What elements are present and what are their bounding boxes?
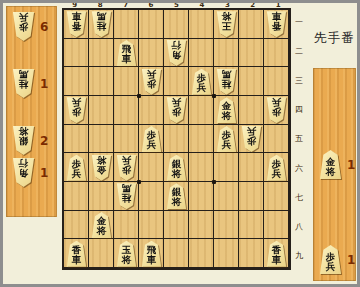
square-6-1[interactable] xyxy=(139,10,164,39)
gote-lance[interactable]: 香 車 xyxy=(66,11,87,37)
square-4-2[interactable] xyxy=(189,39,214,68)
square-7-2[interactable]: 飛 車 xyxy=(114,39,139,68)
koma-label: 歩 兵 xyxy=(266,97,287,119)
gote-hand-silver[interactable]: 銀 将2 xyxy=(6,126,48,155)
hand-count: 1 xyxy=(40,77,48,91)
sente-hand-pawn[interactable]: 歩 兵1 xyxy=(313,245,355,274)
koma-body: 歩 兵 xyxy=(12,12,35,41)
sente-pawn[interactable]: 歩 兵 xyxy=(141,126,162,152)
koma-body: 金 将 xyxy=(319,150,342,179)
koma-body: 金 将 xyxy=(216,97,237,123)
square-6-6[interactable] xyxy=(139,153,164,182)
square-6-8[interactable] xyxy=(139,211,164,240)
square-7-9[interactable]: 玉 将 xyxy=(114,239,139,268)
turn-indicator: 先手番 xyxy=(314,30,360,47)
sente-gold[interactable]: 金 将 xyxy=(319,150,342,179)
square-1-9[interactable]: 香 車 xyxy=(264,239,289,268)
square-9-9[interactable]: 香 車 xyxy=(64,239,89,268)
gote-knight[interactable]: 桂 馬 xyxy=(216,69,237,95)
shogi-board: 香 車桂 馬王 将香 車飛 車角 行歩 兵歩 兵桂 馬歩 兵歩 兵金 将歩 兵歩… xyxy=(62,8,291,270)
gote-silver[interactable]: 銀 将 xyxy=(12,126,35,155)
square-2-1[interactable] xyxy=(239,10,264,39)
square-1-5[interactable] xyxy=(264,125,289,154)
sente-captured-pieces-stand: 金 将1歩 兵1 xyxy=(313,68,356,281)
square-6-5[interactable]: 歩 兵 xyxy=(139,125,164,154)
square-5-4[interactable]: 歩 兵 xyxy=(164,96,189,125)
koma-body: 香 車 xyxy=(66,241,87,267)
sente-rook[interactable]: 飛 車 xyxy=(116,40,137,66)
square-7-6[interactable]: 歩 兵 xyxy=(114,153,139,182)
gote-pawn[interactable]: 歩 兵 xyxy=(66,97,87,123)
koma-body: 歩 兵 xyxy=(266,155,287,181)
koma-label: 金 将 xyxy=(91,216,112,238)
square-4-3[interactable]: 歩 兵 xyxy=(189,67,214,96)
sente-pawn[interactable]: 歩 兵 xyxy=(319,245,342,274)
koma-body: 桂 馬 xyxy=(12,69,35,98)
hand-count: 1 xyxy=(40,166,48,180)
gote-pawn[interactable]: 歩 兵 xyxy=(166,97,187,123)
rank-label-9: 九 xyxy=(293,241,305,270)
koma-body: 銀 将 xyxy=(166,155,187,181)
gote-pawn[interactable]: 歩 兵 xyxy=(241,126,262,152)
koma-body: 金 将 xyxy=(91,155,112,181)
square-5-9[interactable] xyxy=(164,239,189,268)
hand-count: 2 xyxy=(40,134,48,148)
square-2-9[interactable] xyxy=(239,239,264,268)
koma-label: 歩 兵 xyxy=(191,73,212,95)
square-4-7[interactable] xyxy=(189,182,214,211)
square-7-8[interactable] xyxy=(114,211,139,240)
koma-label: 銀 将 xyxy=(12,126,35,148)
koma-label: 歩 兵 xyxy=(116,155,137,177)
sente-gold[interactable]: 金 将 xyxy=(216,97,237,123)
sente-rook[interactable]: 飛 車 xyxy=(141,241,162,267)
sente-lance[interactable]: 香 車 xyxy=(266,241,287,267)
koma-label: 飛 車 xyxy=(116,44,137,66)
koma-body: 角 行 xyxy=(12,158,35,187)
square-3-5[interactable]: 歩 兵 xyxy=(214,125,239,154)
koma-label: 金 将 xyxy=(91,155,112,177)
gote-knight[interactable]: 桂 馬 xyxy=(12,69,35,98)
rank-label-3: 三 xyxy=(293,66,305,95)
square-5-1[interactable] xyxy=(164,10,189,39)
koma-label: 香 車 xyxy=(266,11,287,33)
rank-label-4: 四 xyxy=(293,95,305,124)
koma-body: 歩 兵 xyxy=(116,155,137,181)
rank-label-7: 七 xyxy=(293,183,305,212)
square-5-2[interactable]: 角 行 xyxy=(164,39,189,68)
square-8-2[interactable] xyxy=(89,39,114,68)
koma-label: 桂 馬 xyxy=(116,183,137,205)
koma-body: 金 将 xyxy=(91,212,112,238)
star-point xyxy=(137,94,141,98)
square-4-5[interactable] xyxy=(189,125,214,154)
square-8-6[interactable]: 金 将 xyxy=(89,153,114,182)
square-7-3[interactable] xyxy=(114,67,139,96)
gote-captured-pieces-stand: 歩 兵6桂 馬1銀 将2角 行1 xyxy=(6,6,57,217)
gote-hand-pawn[interactable]: 歩 兵6 xyxy=(6,12,48,41)
square-8-9[interactable] xyxy=(89,239,114,268)
square-3-1[interactable]: 王 将 xyxy=(214,10,239,39)
gote-pawn[interactable]: 歩 兵 xyxy=(12,12,35,41)
square-5-6[interactable]: 銀 将 xyxy=(164,153,189,182)
square-3-9[interactable] xyxy=(214,239,239,268)
square-9-5[interactable] xyxy=(64,125,89,154)
koma-body: 歩 兵 xyxy=(66,97,87,123)
square-3-7[interactable] xyxy=(214,182,239,211)
koma-body: 歩 兵 xyxy=(319,245,342,274)
gote-bishop[interactable]: 角 行 xyxy=(166,40,187,66)
koma-label: 銀 将 xyxy=(166,159,187,181)
sente-silver[interactable]: 銀 将 xyxy=(166,183,187,209)
square-4-8[interactable] xyxy=(189,211,214,240)
koma-body: 桂 馬 xyxy=(116,183,137,209)
square-1-8[interactable] xyxy=(264,211,289,240)
gote-knight[interactable]: 桂 馬 xyxy=(116,183,137,209)
gote-king[interactable]: 王 将 xyxy=(216,11,237,37)
sente-pawn[interactable]: 歩 兵 xyxy=(266,155,287,181)
koma-body: 角 行 xyxy=(166,40,187,66)
koma-body: 王 将 xyxy=(216,11,237,37)
square-7-4[interactable] xyxy=(114,96,139,125)
koma-body: 玉 将 xyxy=(116,241,137,267)
square-5-7[interactable]: 銀 将 xyxy=(164,182,189,211)
koma-body: 歩 兵 xyxy=(216,126,237,152)
koma-body: 歩 兵 xyxy=(141,126,162,152)
star-point xyxy=(212,180,216,184)
hand-count: 1 xyxy=(347,158,355,172)
koma-label: 金 将 xyxy=(319,157,342,179)
square-1-7[interactable] xyxy=(264,182,289,211)
koma-label: 香 車 xyxy=(266,245,287,267)
rank-label-2: 二 xyxy=(293,37,305,66)
square-2-6[interactable] xyxy=(239,153,264,182)
koma-label: 銀 将 xyxy=(166,187,187,209)
sente-gold[interactable]: 金 将 xyxy=(91,212,112,238)
square-2-5[interactable]: 歩 兵 xyxy=(239,125,264,154)
koma-label: 桂 馬 xyxy=(91,11,112,33)
gote-lance[interactable]: 香 車 xyxy=(266,11,287,37)
square-5-3[interactable] xyxy=(164,67,189,96)
koma-label: 桂 馬 xyxy=(12,69,35,91)
koma-label: 歩 兵 xyxy=(141,69,162,91)
square-4-1[interactable] xyxy=(189,10,214,39)
square-6-9[interactable]: 飛 車 xyxy=(139,239,164,268)
star-point xyxy=(212,94,216,98)
square-3-3[interactable]: 桂 馬 xyxy=(214,67,239,96)
sente-hand-gold[interactable]: 金 将1 xyxy=(313,150,355,179)
square-1-6[interactable]: 歩 兵 xyxy=(264,153,289,182)
sente-lance[interactable]: 香 車 xyxy=(66,241,87,267)
square-3-2[interactable] xyxy=(214,39,239,68)
square-3-8[interactable] xyxy=(214,211,239,240)
koma-label: 金 将 xyxy=(216,101,237,123)
square-9-2[interactable] xyxy=(64,39,89,68)
sente-king[interactable]: 玉 将 xyxy=(116,241,137,267)
rank-label-1: 一 xyxy=(293,8,305,37)
square-7-7[interactable]: 桂 馬 xyxy=(114,182,139,211)
gote-hand-knight[interactable]: 桂 馬1 xyxy=(6,69,48,98)
sente-pawn[interactable]: 歩 兵 xyxy=(66,155,87,181)
koma-label: 王 将 xyxy=(216,11,237,33)
square-3-6[interactable] xyxy=(214,153,239,182)
koma-body: 歩 兵 xyxy=(191,69,212,95)
square-7-1[interactable] xyxy=(114,10,139,39)
koma-label: 歩 兵 xyxy=(66,97,87,119)
rank-label-6: 六 xyxy=(293,154,305,183)
koma-label: 歩 兵 xyxy=(12,12,35,34)
square-5-8[interactable] xyxy=(164,211,189,240)
gote-pawn[interactable]: 歩 兵 xyxy=(116,155,137,181)
koma-body: 歩 兵 xyxy=(141,69,162,95)
koma-body: 歩 兵 xyxy=(266,97,287,123)
koma-body: 香 車 xyxy=(66,11,87,37)
koma-label: 歩 兵 xyxy=(141,130,162,152)
koma-label: 歩 兵 xyxy=(216,130,237,152)
koma-body: 香 車 xyxy=(266,241,287,267)
square-7-5[interactable] xyxy=(114,125,139,154)
koma-body: 銀 将 xyxy=(166,183,187,209)
koma-label: 飛 車 xyxy=(141,245,162,267)
gote-pawn[interactable]: 歩 兵 xyxy=(141,69,162,95)
square-3-4[interactable]: 金 将 xyxy=(214,96,239,125)
sente-pawn[interactable]: 歩 兵 xyxy=(191,69,212,95)
koma-label: 角 行 xyxy=(166,40,187,62)
square-6-2[interactable] xyxy=(139,39,164,68)
square-8-3[interactable] xyxy=(89,67,114,96)
square-4-4[interactable] xyxy=(189,96,214,125)
square-8-7[interactable] xyxy=(89,182,114,211)
koma-body: 飛 車 xyxy=(116,40,137,66)
square-8-8[interactable]: 金 将 xyxy=(89,211,114,240)
koma-label: 歩 兵 xyxy=(266,159,287,181)
square-9-7[interactable] xyxy=(64,182,89,211)
square-9-6[interactable]: 歩 兵 xyxy=(64,153,89,182)
gote-knight[interactable]: 桂 馬 xyxy=(91,11,112,37)
hand-count: 1 xyxy=(347,253,355,267)
koma-label: 香 車 xyxy=(66,245,87,267)
square-2-4[interactable] xyxy=(239,96,264,125)
square-9-3[interactable] xyxy=(64,67,89,96)
square-1-3[interactable] xyxy=(264,67,289,96)
koma-body: 桂 馬 xyxy=(216,69,237,95)
square-9-4[interactable]: 歩 兵 xyxy=(64,96,89,125)
rank-label-8: 八 xyxy=(293,212,305,241)
koma-label: 歩 兵 xyxy=(166,97,187,119)
rank-label-5: 五 xyxy=(293,124,305,153)
square-9-1[interactable]: 香 車 xyxy=(64,10,89,39)
koma-body: 歩 兵 xyxy=(166,97,187,123)
koma-label: 歩 兵 xyxy=(319,252,342,274)
shogi-diagram: 歩 兵6桂 馬1銀 将2角 行1 987654321 香 車桂 馬王 将香 車飛… xyxy=(0,0,360,287)
sente-pawn[interactable]: 歩 兵 xyxy=(216,126,237,152)
square-4-9[interactable] xyxy=(189,239,214,268)
koma-label: 歩 兵 xyxy=(66,159,87,181)
koma-body: 歩 兵 xyxy=(66,155,87,181)
square-1-2[interactable] xyxy=(264,39,289,68)
star-point xyxy=(137,180,141,184)
square-8-4[interactable] xyxy=(89,96,114,125)
square-4-6[interactable] xyxy=(189,153,214,182)
square-2-8[interactable] xyxy=(239,211,264,240)
koma-label: 玉 将 xyxy=(116,245,137,267)
gote-hand-bishop[interactable]: 角 行1 xyxy=(6,158,48,187)
square-6-4[interactable] xyxy=(139,96,164,125)
hand-count: 6 xyxy=(40,20,48,34)
square-6-7[interactable] xyxy=(139,182,164,211)
square-2-7[interactable] xyxy=(239,182,264,211)
koma-body: 歩 兵 xyxy=(241,126,262,152)
square-2-3[interactable] xyxy=(239,67,264,96)
gote-gold[interactable]: 金 将 xyxy=(91,155,112,181)
koma-label: 角 行 xyxy=(12,158,35,180)
gote-pawn[interactable]: 歩 兵 xyxy=(266,97,287,123)
square-6-3[interactable]: 歩 兵 xyxy=(139,67,164,96)
square-5-5[interactable] xyxy=(164,125,189,154)
gote-bishop[interactable]: 角 行 xyxy=(12,158,35,187)
square-1-1[interactable]: 香 車 xyxy=(264,10,289,39)
koma-label: 歩 兵 xyxy=(241,126,262,148)
koma-body: 桂 馬 xyxy=(91,11,112,37)
koma-label: 香 車 xyxy=(66,11,87,33)
square-8-1[interactable]: 桂 馬 xyxy=(89,10,114,39)
koma-label: 桂 馬 xyxy=(216,69,237,91)
square-8-5[interactable] xyxy=(89,125,114,154)
square-1-4[interactable]: 歩 兵 xyxy=(264,96,289,125)
square-9-8[interactable] xyxy=(64,211,89,240)
koma-body: 銀 将 xyxy=(12,126,35,155)
sente-silver[interactable]: 銀 将 xyxy=(166,155,187,181)
koma-body: 飛 車 xyxy=(141,241,162,267)
koma-body: 香 車 xyxy=(266,11,287,37)
rank-labels: 一二三四五六七八九 xyxy=(293,8,305,270)
square-2-2[interactable] xyxy=(239,39,264,68)
